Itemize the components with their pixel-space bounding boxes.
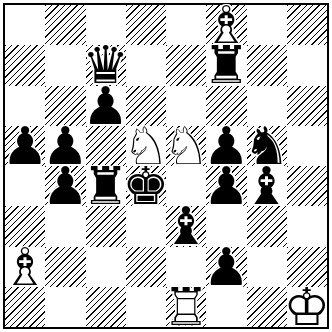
black-pawn-b4[interactable]: ♟ — [45, 166, 85, 206]
black-pawn-f2[interactable]: ♟ — [206, 247, 246, 287]
black-pawn-f4[interactable]: ♟ — [206, 166, 246, 206]
square-f2[interactable]: ♟ — [206, 247, 246, 287]
square-d6[interactable] — [126, 86, 166, 126]
square-f4[interactable]: ♟ — [206, 166, 246, 206]
black-knight-g5[interactable]: ♞ — [247, 126, 287, 166]
piece-outline-layer: ♘ — [166, 126, 206, 166]
square-a5[interactable]: ♟ — [5, 126, 45, 166]
square-h3[interactable] — [287, 206, 327, 246]
square-e7[interactable] — [166, 45, 206, 85]
black-queen-c7[interactable]: ♛ — [86, 45, 126, 85]
square-h2[interactable] — [287, 247, 327, 287]
square-b4[interactable]: ♟ — [45, 166, 85, 206]
white-rook-e1[interactable]: ♜♖ — [166, 287, 206, 327]
square-b7[interactable] — [45, 45, 85, 85]
square-e4[interactable] — [166, 166, 206, 206]
piece-glyph: ♟ — [45, 126, 85, 166]
square-f3[interactable] — [206, 206, 246, 246]
piece-fill-layer: ♝ — [5, 247, 45, 287]
piece-fill-layer: ♞ — [166, 126, 206, 166]
chess-diagram: ♝♗♛♜♟♟♟♞♘♞♘♟♞♟♜♚♟♝♝♝♗♟♜♖♚♔ — [0, 0, 332, 332]
piece-glyph: ♜ — [86, 166, 126, 206]
square-g8[interactable] — [247, 5, 287, 45]
square-e1[interactable]: ♜♖ — [166, 287, 206, 327]
piece-glyph: ♞ — [247, 126, 287, 166]
square-b6[interactable] — [45, 86, 85, 126]
black-bishop-e3[interactable]: ♝ — [166, 206, 206, 246]
black-pawn-b5[interactable]: ♟ — [45, 126, 85, 166]
square-e6[interactable] — [166, 86, 206, 126]
square-c1[interactable] — [86, 287, 126, 327]
square-b8[interactable] — [45, 5, 85, 45]
piece-fill-layer: ♚ — [287, 287, 327, 327]
square-d5[interactable]: ♞♘ — [126, 126, 166, 166]
white-bishop-f8[interactable]: ♝♗ — [206, 5, 246, 45]
piece-fill-layer: ♝ — [206, 5, 246, 45]
black-king-d4[interactable]: ♚ — [126, 166, 166, 206]
square-c3[interactable] — [86, 206, 126, 246]
chess-board: ♝♗♛♜♟♟♟♞♘♞♘♟♞♟♜♚♟♝♝♝♗♟♜♖♚♔ — [5, 5, 327, 327]
black-bishop-g4[interactable]: ♝ — [247, 166, 287, 206]
white-knight-e5[interactable]: ♞♘ — [166, 126, 206, 166]
piece-outline-layer: ♔ — [287, 287, 327, 327]
square-f7[interactable]: ♜ — [206, 45, 246, 85]
square-b3[interactable] — [45, 206, 85, 246]
square-f8[interactable]: ♝♗ — [206, 5, 246, 45]
square-d3[interactable] — [126, 206, 166, 246]
square-d1[interactable] — [126, 287, 166, 327]
square-f6[interactable] — [206, 86, 246, 126]
square-e2[interactable] — [166, 247, 206, 287]
square-f5[interactable]: ♟ — [206, 126, 246, 166]
black-pawn-c6[interactable]: ♟ — [86, 86, 126, 126]
piece-fill-layer: ♞ — [126, 126, 166, 166]
square-b5[interactable]: ♟ — [45, 126, 85, 166]
piece-glyph: ♟ — [5, 126, 45, 166]
square-h6[interactable] — [287, 86, 327, 126]
square-c7[interactable]: ♛ — [86, 45, 126, 85]
square-h5[interactable] — [287, 126, 327, 166]
square-g5[interactable]: ♞ — [247, 126, 287, 166]
square-f1[interactable] — [206, 287, 246, 327]
piece-outline-layer: ♗ — [5, 247, 45, 287]
square-b2[interactable] — [45, 247, 85, 287]
square-d4[interactable]: ♚ — [126, 166, 166, 206]
black-pawn-a5[interactable]: ♟ — [5, 126, 45, 166]
piece-outline-layer: ♖ — [166, 287, 206, 327]
piece-glyph: ♝ — [247, 166, 287, 206]
square-c6[interactable]: ♟ — [86, 86, 126, 126]
white-knight-d5[interactable]: ♞♘ — [126, 126, 166, 166]
piece-outline-layer: ♗ — [206, 5, 246, 45]
square-h7[interactable] — [287, 45, 327, 85]
piece-glyph: ♟ — [206, 247, 246, 287]
square-g7[interactable] — [247, 45, 287, 85]
square-e3[interactable]: ♝ — [166, 206, 206, 246]
black-rook-c4[interactable]: ♜ — [86, 166, 126, 206]
square-d7[interactable] — [126, 45, 166, 85]
white-king-h1[interactable]: ♚♔ — [287, 287, 327, 327]
square-a7[interactable] — [5, 45, 45, 85]
board-frame: ♝♗♛♜♟♟♟♞♘♞♘♟♞♟♜♚♟♝♝♝♗♟♜♖♚♔ — [3, 3, 329, 329]
square-g2[interactable] — [247, 247, 287, 287]
square-a8[interactable] — [5, 5, 45, 45]
white-bishop-a2[interactable]: ♝♗ — [5, 247, 45, 287]
square-a2[interactable]: ♝♗ — [5, 247, 45, 287]
piece-glyph: ♛ — [86, 45, 126, 85]
piece-glyph: ♜ — [206, 45, 246, 85]
piece-fill-layer: ♜ — [166, 287, 206, 327]
piece-glyph: ♟ — [45, 166, 85, 206]
square-d2[interactable] — [126, 247, 166, 287]
square-g6[interactable] — [247, 86, 287, 126]
black-pawn-f5[interactable]: ♟ — [206, 126, 246, 166]
piece-glyph: ♚ — [126, 166, 166, 206]
square-g3[interactable] — [247, 206, 287, 246]
piece-outline-layer: ♘ — [126, 126, 166, 166]
square-b1[interactable] — [45, 287, 85, 327]
square-c8[interactable] — [86, 5, 126, 45]
piece-glyph: ♟ — [86, 86, 126, 126]
square-h4[interactable] — [287, 166, 327, 206]
square-h1[interactable]: ♚♔ — [287, 287, 327, 327]
square-d8[interactable] — [126, 5, 166, 45]
square-e8[interactable] — [166, 5, 206, 45]
square-c4[interactable]: ♜ — [86, 166, 126, 206]
square-a3[interactable] — [5, 206, 45, 246]
square-c5[interactable] — [86, 126, 126, 166]
square-a1[interactable] — [5, 287, 45, 327]
piece-glyph: ♟ — [206, 166, 246, 206]
piece-glyph: ♟ — [206, 126, 246, 166]
black-rook-f7[interactable]: ♜ — [206, 45, 246, 85]
square-a6[interactable] — [5, 86, 45, 126]
square-g1[interactable] — [247, 287, 287, 327]
piece-glyph: ♝ — [166, 206, 206, 246]
square-g4[interactable]: ♝ — [247, 166, 287, 206]
square-h8[interactable] — [287, 5, 327, 45]
square-e5[interactable]: ♞♘ — [166, 126, 206, 166]
square-c2[interactable] — [86, 247, 126, 287]
square-a4[interactable] — [5, 166, 45, 206]
